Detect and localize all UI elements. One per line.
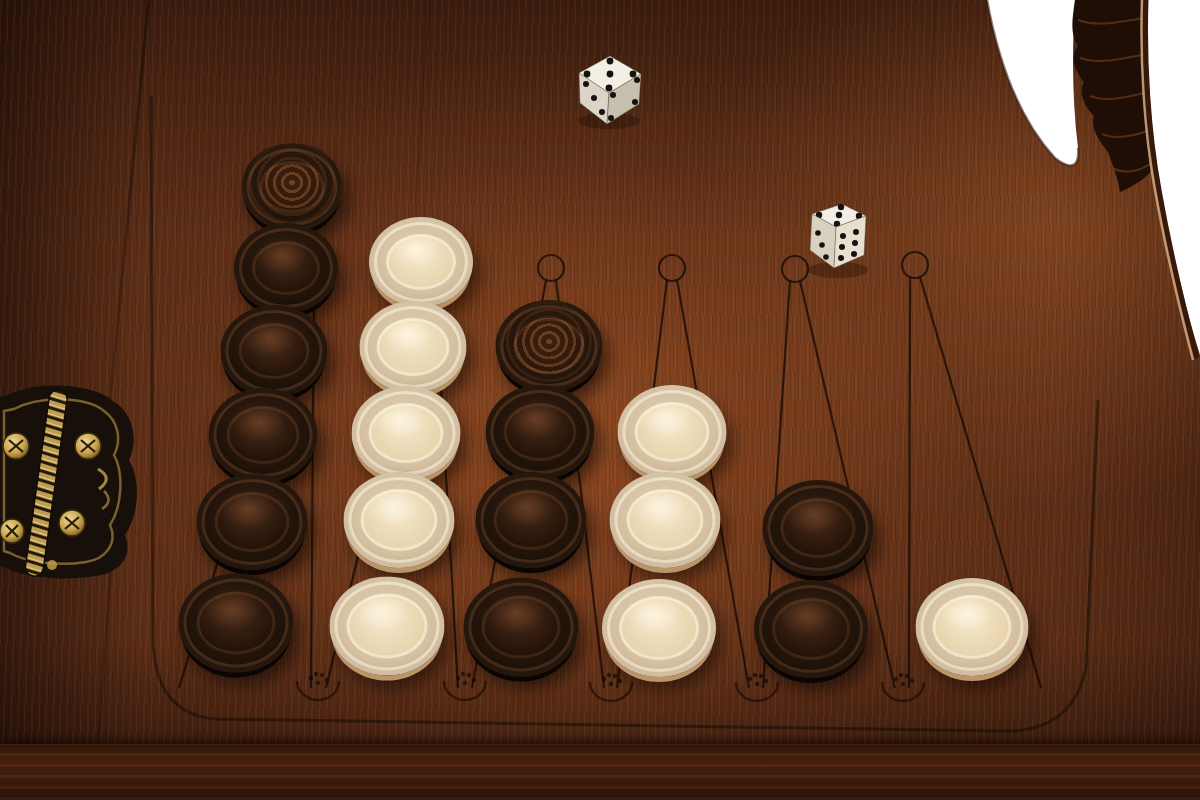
- die[interactable]: [578, 56, 641, 129]
- handle: [1072, 0, 1152, 192]
- hinge: [0, 386, 137, 579]
- die[interactable]: [808, 204, 868, 278]
- backgammon-board-photo: [0, 0, 1200, 800]
- handle-cutout: [987, 0, 1200, 360]
- handle-hole: [987, 0, 1078, 165]
- overlay-layer: [0, 0, 1200, 800]
